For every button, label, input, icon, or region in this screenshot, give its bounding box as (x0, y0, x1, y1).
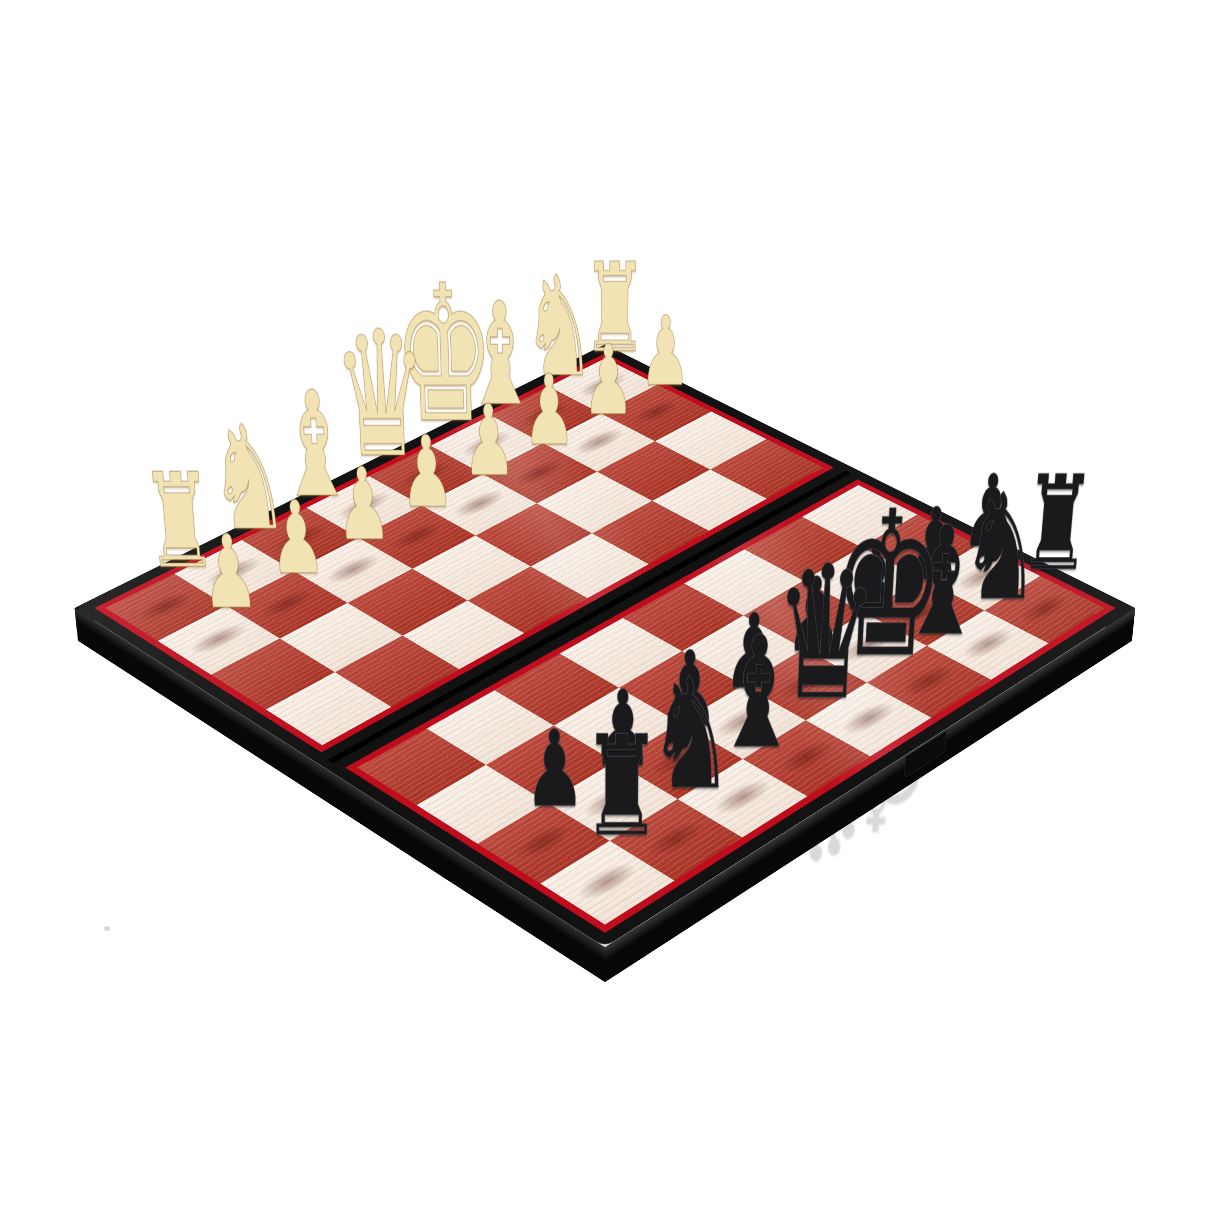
dust-speck (104, 926, 110, 931)
piece-shadow (569, 858, 645, 905)
product-photo-scene: ♜♜♞♞♝♝♛♛♚♚♝♝♞♞♜♜♟♟♟♟♟♟♟♟♟♟♟♟♟♟♟♟♟♟♟♟♟♟♟♟… (0, 0, 1214, 1214)
piece-shadow (183, 619, 254, 658)
piece-glyph: ♟ (523, 716, 586, 822)
piece-glyph: ♜ (581, 717, 663, 855)
chess-board: ♜♜♞♞♝♝♛♛♚♚♝♝♞♞♜♜♟♟♟♟♟♟♟♟♟♟♟♟♟♟♟♟♟♟♟♟♟♟♟♟… (75, 345, 1136, 948)
piece-glyph: ♟ (197, 521, 261, 622)
piece-shadow (506, 819, 581, 865)
